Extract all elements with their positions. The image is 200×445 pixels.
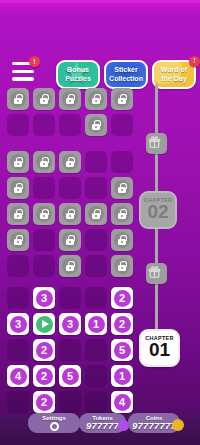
level-tile-3[interactable]: 3 [59,313,81,335]
level-tile-locked[interactable] [59,255,81,277]
number-disc: 4 [114,394,131,411]
menu-bar [12,77,34,80]
sticker-collection-button[interactable]: Sticker Collection [104,60,148,89]
coin-icon [172,419,184,431]
number-disc: 3 [10,316,27,333]
level-tile-4[interactable]: 4 [111,391,133,413]
lock-icon [118,239,126,245]
level-tile-locked[interactable] [111,203,133,225]
level-tile-4[interactable]: 4 [7,365,29,387]
level-tile-locked[interactable] [33,151,55,173]
lock-disc [10,154,26,170]
number-disc: 2 [36,342,53,359]
level-slot-empty [59,391,81,413]
lock-disc [10,232,26,248]
lock-disc [114,91,130,107]
lock-icon [66,161,74,167]
level-grid-middle [7,151,133,277]
lock-disc [62,232,78,248]
gift-reward-node[interactable] [146,133,167,154]
lock-disc [62,154,78,170]
number-disc: 3 [36,290,53,307]
level-tile-2[interactable]: 2 [111,287,133,309]
level-slot-empty [85,365,107,387]
gift-icon [148,135,165,152]
lock-icon [66,98,74,104]
lock-icon [14,213,22,219]
level-slot-empty [33,114,55,136]
level-slot-empty [7,255,29,277]
level-tile-locked[interactable] [111,88,133,110]
tokens-counter[interactable]: Tokens 977777 [79,413,126,433]
lock-icon [92,213,100,219]
number-disc: 5 [62,368,79,385]
level-tile-1[interactable]: 1 [111,365,133,387]
level-tile-locked[interactable] [33,88,55,110]
coins-counter[interactable]: Coins 97777777 [128,413,180,433]
notification-badge: ! [29,56,40,67]
gift-reward-node[interactable] [146,263,167,284]
lock-disc [114,258,130,274]
level-slot-empty [7,114,29,136]
number-disc: 4 [10,368,27,385]
lock-disc [62,91,78,107]
lock-icon [14,98,22,104]
number-disc: 3 [62,316,79,333]
hamburger-menu-button[interactable]: ! [12,62,34,81]
lock-disc [88,206,104,222]
lock-icon [118,98,126,104]
level-tile-5[interactable]: 5 [59,365,81,387]
level-slot-empty [85,287,107,309]
level-slot-empty [85,391,107,413]
level-tile-locked[interactable] [111,177,133,199]
lock-disc [88,91,104,107]
bonus-puzzles-button[interactable]: Bonus Puzzles [56,60,100,89]
menu-bar [12,70,34,73]
lock-disc [36,154,52,170]
number-disc: 5 [114,342,131,359]
gear-icon [50,422,59,431]
settings-button[interactable]: Settings [28,413,80,433]
play-button[interactable] [33,313,55,335]
level-slot-empty [85,151,107,173]
lock-disc [36,91,52,107]
level-tile-locked[interactable] [7,229,29,251]
lock-disc [88,117,104,133]
play-disc [36,316,53,333]
level-tile-locked[interactable] [85,88,107,110]
lock-disc [114,206,130,222]
word-of-the-day-button[interactable]: Word of the Day ! [152,60,196,89]
number-disc: 2 [36,394,53,411]
lock-disc [114,232,130,248]
lock-icon [14,187,22,193]
lock-icon [118,265,126,271]
lock-disc [114,180,130,196]
level-tile-5[interactable]: 5 [111,339,133,361]
level-slot-empty [7,339,29,361]
game-screen: ! Bonus Puzzles Sticker Collection Word … [0,0,200,445]
level-slot-empty [59,339,81,361]
level-slot-empty [33,255,55,277]
status-strip [0,0,200,3]
number-disc: 1 [114,368,131,385]
level-tile-locked[interactable] [111,229,133,251]
level-tile-locked[interactable] [7,203,29,225]
lock-icon [118,213,126,219]
level-tile-locked[interactable] [59,151,81,173]
lock-icon [14,239,22,245]
play-icon [42,320,49,328]
level-tile-locked[interactable] [33,203,55,225]
level-tile-2[interactable]: 2 [33,339,55,361]
header-buttons: Bonus Puzzles Sticker Collection Word of… [56,60,196,89]
level-tile-locked[interactable] [85,203,107,225]
lock-icon [40,213,48,219]
level-tile-locked[interactable] [59,229,81,251]
number-disc: 2 [114,290,131,307]
level-tile-locked[interactable] [59,203,81,225]
level-grid-top [7,88,133,136]
lock-disc [62,206,78,222]
level-slot-empty [7,391,29,413]
level-tile-3[interactable]: 3 [33,287,55,309]
lock-icon [66,265,74,271]
gift-icon [148,265,165,282]
level-tile-locked[interactable] [7,151,29,173]
level-tile-locked[interactable] [85,114,107,136]
level-tile-2[interactable]: 2 [111,313,133,335]
lock-icon [14,161,22,167]
lock-disc [62,258,78,274]
level-slot-empty [59,114,81,136]
level-slot-empty [111,151,133,173]
chapter-01-marker[interactable]: CHAPTER 01 [139,329,180,367]
level-slot-empty [85,339,107,361]
level-slot-empty [33,177,55,199]
lock-icon [66,213,74,219]
lock-icon [118,187,126,193]
level-tile-3[interactable]: 3 [7,313,29,335]
level-tile-locked[interactable] [7,88,29,110]
level-grid-bottom: 32331225425124 [7,287,133,413]
lock-icon [66,239,74,245]
lock-icon [40,161,48,167]
level-slot-empty [85,229,107,251]
level-slot-empty [85,255,107,277]
level-tile-locked[interactable] [7,177,29,199]
level-tile-2[interactable]: 2 [33,365,55,387]
lock-disc [36,206,52,222]
level-tile-locked[interactable] [59,88,81,110]
level-slot-empty [85,177,107,199]
number-disc: 2 [114,316,131,333]
lock-icon [92,98,100,104]
level-tile-locked[interactable] [111,255,133,277]
lock-icon [40,98,48,104]
level-slot-empty [59,177,81,199]
chapter-02-marker[interactable]: CHAPTER 02 [139,191,177,229]
lock-disc [10,91,26,107]
level-tile-1[interactable]: 1 [85,313,107,335]
number-disc: 2 [36,368,53,385]
level-slot-empty [7,287,29,309]
lock-icon [92,124,100,130]
level-slot-empty [111,114,133,136]
level-slot-empty [59,287,81,309]
lock-disc [10,180,26,196]
number-disc: 1 [88,316,105,333]
level-slot-empty [33,229,55,251]
notification-badge: ! [189,56,200,67]
level-tile-2[interactable]: 2 [33,391,55,413]
lock-disc [10,206,26,222]
